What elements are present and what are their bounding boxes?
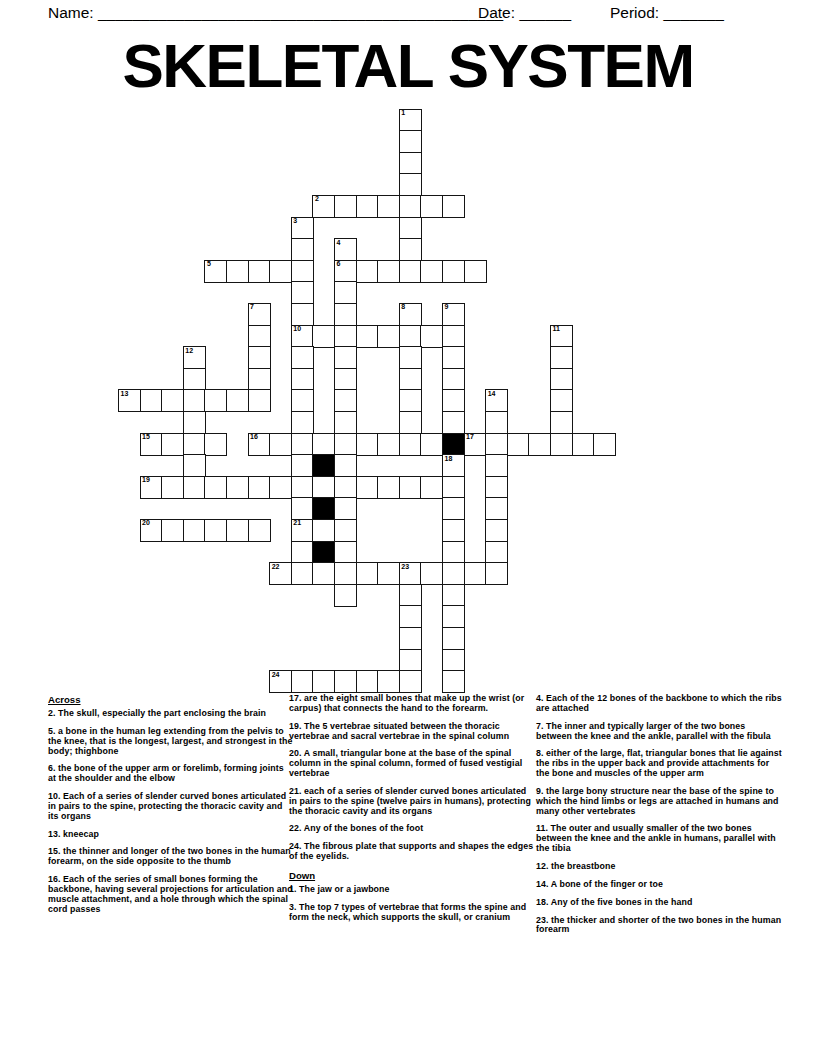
grid-cell[interactable] bbox=[334, 584, 357, 607]
grid-cell[interactable] bbox=[183, 389, 206, 412]
grid-cell[interactable] bbox=[399, 173, 422, 196]
grid-cell[interactable] bbox=[399, 670, 422, 693]
grid-cell[interactable] bbox=[377, 195, 400, 218]
clue-11-down: 11. The outer and usually smaller of the… bbox=[536, 824, 782, 854]
grid-cell[interactable] bbox=[248, 476, 271, 499]
grid-cell[interactable] bbox=[291, 260, 314, 283]
grid-cell[interactable] bbox=[183, 519, 206, 542]
clue-15-across: 15. the thinner and longer of the two bo… bbox=[48, 847, 294, 867]
grid-cell[interactable] bbox=[248, 519, 271, 542]
grid-cell[interactable] bbox=[399, 411, 422, 434]
grid-cell[interactable] bbox=[334, 433, 357, 456]
clue-16-across: 16. Each of the series of small bones fo… bbox=[48, 875, 294, 914]
cell-number: 20 bbox=[142, 519, 150, 527]
grid-cell[interactable] bbox=[226, 519, 249, 542]
clue-column-2: 17. are the eight small bones that make … bbox=[289, 694, 535, 931]
grid-cell[interactable] bbox=[334, 497, 357, 520]
grid-cell[interactable] bbox=[550, 368, 573, 391]
clue-4-down: 4. Each of the 12 bones of the backbone … bbox=[536, 694, 782, 714]
grid-cell[interactable] bbox=[291, 411, 314, 434]
grid-cell[interactable]: 3 bbox=[291, 217, 314, 240]
grid-cell[interactable] bbox=[420, 325, 443, 348]
grid-cell[interactable] bbox=[442, 368, 465, 391]
grid-cell[interactable] bbox=[420, 433, 443, 456]
cell-number: 14 bbox=[488, 390, 496, 398]
clue-10-across: 10. Each of a series of slender curved b… bbox=[48, 792, 294, 822]
grid-cell[interactable]: 9 bbox=[442, 303, 465, 326]
grid-cell[interactable] bbox=[399, 649, 422, 672]
grid-cell[interactable] bbox=[399, 368, 422, 391]
grid-cell[interactable] bbox=[291, 303, 314, 326]
clue-17-across: 17. are the eight small bones that make … bbox=[289, 694, 535, 714]
grid-cell[interactable]: 17 bbox=[464, 433, 487, 456]
cell-number: 16 bbox=[250, 433, 258, 441]
cell-number: 9 bbox=[445, 303, 449, 311]
grid-cell[interactable] bbox=[442, 411, 465, 434]
cell-number: 13 bbox=[121, 390, 129, 398]
grid-cell[interactable] bbox=[485, 562, 508, 585]
grid-cell[interactable] bbox=[442, 260, 465, 283]
grid-cell[interactable] bbox=[312, 325, 335, 348]
clue-14-down: 14. A bone of the finger or toe bbox=[536, 880, 782, 890]
clue-column-1: Across2. The skull, especially the part … bbox=[48, 694, 294, 923]
cell-number: 21 bbox=[293, 519, 301, 527]
clue-13-across: 13. kneecap bbox=[48, 830, 294, 840]
across-clues-header: Across bbox=[48, 694, 294, 705]
grid-cell[interactable] bbox=[140, 389, 163, 412]
grid-cell[interactable] bbox=[485, 541, 508, 564]
grid-cell[interactable] bbox=[399, 217, 422, 240]
grid-cell[interactable] bbox=[399, 346, 422, 369]
grid-cell[interactable] bbox=[334, 389, 357, 412]
grid-cell[interactable] bbox=[291, 238, 314, 261]
grid-cell[interactable] bbox=[291, 562, 314, 585]
clue-5-across: 5. a bone in the human leg extending fro… bbox=[48, 727, 294, 757]
grid-cell[interactable] bbox=[420, 476, 443, 499]
grid-cell[interactable] bbox=[442, 325, 465, 348]
grid-cell[interactable] bbox=[291, 476, 314, 499]
grid-cell[interactable] bbox=[269, 260, 292, 283]
grid-cell[interactable] bbox=[334, 368, 357, 391]
grid-cell[interactable] bbox=[550, 389, 573, 412]
grid-cell[interactable] bbox=[269, 433, 292, 456]
grid-cell[interactable] bbox=[442, 649, 465, 672]
clue-2-across: 2. The skull, especially the part enclos… bbox=[48, 709, 294, 719]
grid-cell[interactable] bbox=[442, 389, 465, 412]
grid-cell[interactable] bbox=[399, 238, 422, 261]
grid-cell[interactable] bbox=[248, 346, 271, 369]
grid-cell[interactable] bbox=[291, 389, 314, 412]
grid-cell[interactable] bbox=[226, 389, 249, 412]
grid-cell[interactable] bbox=[442, 627, 465, 650]
grid-cell[interactable] bbox=[485, 454, 508, 477]
grid-cell[interactable] bbox=[399, 584, 422, 607]
grid-cell[interactable] bbox=[334, 519, 357, 542]
cell-number: 12 bbox=[185, 347, 193, 355]
grid-cell[interactable] bbox=[442, 476, 465, 499]
grid-cell[interactable] bbox=[248, 260, 271, 283]
grid-cell[interactable] bbox=[442, 541, 465, 564]
grid-cell[interactable] bbox=[312, 562, 335, 585]
grid-cell[interactable] bbox=[442, 519, 465, 542]
grid-cell[interactable] bbox=[248, 368, 271, 391]
clue-21-across: 21. each of a series of slender curved b… bbox=[289, 787, 535, 817]
grid-cell[interactable]: 5 bbox=[204, 260, 227, 283]
grid-cell[interactable] bbox=[377, 476, 400, 499]
grid-cell[interactable]: 7 bbox=[248, 303, 271, 326]
grid-cell[interactable] bbox=[291, 670, 314, 693]
grid-cell[interactable]: 11 bbox=[550, 325, 573, 348]
clue-18-down: 18. Any of the five bones in the hand bbox=[536, 898, 782, 908]
grid-cell[interactable] bbox=[334, 476, 357, 499]
grid-cell[interactable] bbox=[226, 260, 249, 283]
grid-cell[interactable] bbox=[399, 152, 422, 175]
cell-number: 6 bbox=[337, 260, 341, 268]
grid-cell[interactable] bbox=[291, 541, 314, 564]
clue-12-down: 12. the breastbone bbox=[536, 862, 782, 872]
grid-cell[interactable] bbox=[485, 433, 508, 456]
black-cell bbox=[442, 433, 465, 456]
cell-number: 8 bbox=[401, 303, 405, 311]
grid-cell[interactable] bbox=[356, 260, 379, 283]
grid-cell[interactable] bbox=[399, 325, 422, 348]
grid-cell[interactable] bbox=[399, 433, 422, 456]
grid-cell[interactable] bbox=[485, 411, 508, 434]
cell-number: 17 bbox=[466, 433, 474, 441]
grid-cell[interactable] bbox=[312, 476, 335, 499]
grid-cell[interactable] bbox=[226, 476, 249, 499]
cell-number: 22 bbox=[272, 563, 280, 571]
grid-cell[interactable]: 18 bbox=[442, 454, 465, 477]
grid-cell[interactable] bbox=[377, 562, 400, 585]
grid-cell[interactable] bbox=[291, 454, 314, 477]
grid-cell[interactable]: 2 bbox=[312, 195, 335, 218]
cell-number: 1 bbox=[401, 109, 405, 117]
grid-cell[interactable] bbox=[161, 389, 184, 412]
grid-cell[interactable] bbox=[334, 303, 357, 326]
grid-cell[interactable] bbox=[420, 260, 443, 283]
grid-cell[interactable] bbox=[442, 195, 465, 218]
grid-cell[interactable]: 14 bbox=[485, 389, 508, 412]
grid-cell[interactable] bbox=[442, 584, 465, 607]
black-cell bbox=[312, 454, 335, 477]
grid-cell[interactable] bbox=[420, 195, 443, 218]
grid-cell[interactable] bbox=[356, 195, 379, 218]
grid-cell[interactable] bbox=[291, 433, 314, 456]
grid-cell[interactable] bbox=[183, 476, 206, 499]
grid-cell[interactable] bbox=[399, 389, 422, 412]
grid-cell[interactable]: 4 bbox=[334, 238, 357, 261]
grid-cell[interactable] bbox=[464, 562, 487, 585]
grid-cell[interactable] bbox=[507, 433, 530, 456]
clue-19-across: 19. The 5 vertebrae situated between the… bbox=[289, 722, 535, 742]
grid-cell[interactable] bbox=[312, 670, 335, 693]
grid-cell[interactable]: 23 bbox=[399, 562, 422, 585]
grid-cell[interactable] bbox=[572, 433, 595, 456]
grid-cell[interactable] bbox=[442, 562, 465, 585]
grid-cell[interactable] bbox=[312, 519, 335, 542]
cell-number: 19 bbox=[142, 476, 150, 484]
grid-cell[interactable] bbox=[269, 476, 292, 499]
cell-number: 24 bbox=[272, 671, 280, 679]
cell-number: 10 bbox=[293, 325, 301, 333]
black-cell bbox=[312, 541, 335, 564]
grid-cell[interactable] bbox=[334, 454, 357, 477]
grid-cell[interactable] bbox=[442, 670, 465, 693]
grid-cell[interactable] bbox=[356, 325, 379, 348]
grid-cell[interactable] bbox=[291, 368, 314, 391]
grid-cell[interactable] bbox=[442, 346, 465, 369]
grid-cell[interactable] bbox=[334, 195, 357, 218]
clue-column-3: 4. Each of the 12 bones of the backbone … bbox=[536, 694, 782, 943]
grid-cell[interactable] bbox=[356, 562, 379, 585]
grid-cell[interactable] bbox=[334, 411, 357, 434]
grid-cell[interactable] bbox=[204, 476, 227, 499]
grid-cell[interactable] bbox=[550, 433, 573, 456]
grid-cell[interactable] bbox=[334, 541, 357, 564]
cell-number: 3 bbox=[293, 217, 297, 225]
grid-cell[interactable]: 12 bbox=[183, 346, 206, 369]
grid-cell[interactable] bbox=[442, 497, 465, 520]
grid-cell[interactable] bbox=[312, 433, 335, 456]
clue-9-down: 9. the large bony structure near the bas… bbox=[536, 787, 782, 817]
grid-cell[interactable] bbox=[291, 346, 314, 369]
cell-number: 15 bbox=[142, 433, 150, 441]
grid-cell[interactable] bbox=[183, 454, 206, 477]
grid-cell[interactable]: 15 bbox=[140, 433, 163, 456]
cell-number: 7 bbox=[250, 303, 254, 311]
grid-cell[interactable] bbox=[161, 476, 184, 499]
clue-20-across: 20. A small, triangular bone at the base… bbox=[289, 749, 535, 779]
cell-number: 11 bbox=[553, 325, 560, 333]
grid-cell[interactable] bbox=[399, 627, 422, 650]
clue-23-down: 23. the thicker and shorter of the two b… bbox=[536, 916, 782, 936]
grid-cell[interactable] bbox=[528, 433, 551, 456]
grid-cell[interactable] bbox=[464, 260, 487, 283]
grid-cell[interactable] bbox=[550, 411, 573, 434]
grid-cell[interactable] bbox=[161, 519, 184, 542]
grid-cell[interactable] bbox=[377, 433, 400, 456]
grid-cell[interactable] bbox=[442, 605, 465, 628]
grid-cell[interactable] bbox=[334, 281, 357, 304]
grid-cell[interactable] bbox=[334, 346, 357, 369]
grid-cell[interactable] bbox=[377, 325, 400, 348]
clue-24-across: 24. The fibrous plate that supports and … bbox=[289, 842, 535, 862]
cell-number: 5 bbox=[207, 260, 211, 268]
grid-cell[interactable] bbox=[183, 368, 206, 391]
clue-1-down: 1. The jaw or a jawbone bbox=[289, 885, 535, 895]
grid-cell[interactable]: 21 bbox=[291, 519, 314, 542]
clue-6-across: 6. the bone of the upper arm or forelimb… bbox=[48, 764, 294, 784]
grid-cell[interactable]: 6 bbox=[334, 260, 357, 283]
cell-number: 4 bbox=[337, 239, 341, 247]
grid-cell[interactable] bbox=[485, 476, 508, 499]
clue-7-down: 7. The inner and typically larger of the… bbox=[536, 722, 782, 742]
grid-cell[interactable] bbox=[356, 433, 379, 456]
grid-cell[interactable] bbox=[204, 519, 227, 542]
grid-cell[interactable]: 22 bbox=[269, 562, 292, 585]
grid-cell[interactable] bbox=[291, 497, 314, 520]
grid-cell[interactable] bbox=[420, 562, 443, 585]
grid-cell[interactable] bbox=[356, 476, 379, 499]
grid-cell[interactable] bbox=[399, 130, 422, 153]
grid-cell[interactable] bbox=[399, 605, 422, 628]
grid-cell[interactable] bbox=[399, 476, 422, 499]
clue-3-down: 3. The top 7 types of vertebrae that for… bbox=[289, 903, 535, 923]
grid-cell[interactable] bbox=[485, 497, 508, 520]
grid-cell[interactable]: 1 bbox=[399, 109, 422, 132]
grid-cell[interactable] bbox=[204, 389, 227, 412]
grid-cell[interactable]: 24 bbox=[269, 670, 292, 693]
cell-number: 18 bbox=[445, 455, 453, 463]
grid-cell[interactable]: 19 bbox=[140, 476, 163, 499]
grid-cell[interactable] bbox=[485, 519, 508, 542]
cell-number: 2 bbox=[315, 195, 319, 203]
grid-cell[interactable] bbox=[356, 670, 379, 693]
grid-cell[interactable] bbox=[204, 433, 227, 456]
grid-cell[interactable] bbox=[550, 346, 573, 369]
grid-cell[interactable] bbox=[248, 325, 271, 348]
grid-cell[interactable] bbox=[334, 562, 357, 585]
grid-cell[interactable]: 10 bbox=[291, 325, 314, 348]
black-cell bbox=[312, 497, 335, 520]
clue-22-across: 22. Any of the bones of the foot bbox=[289, 824, 535, 834]
grid-cell[interactable] bbox=[334, 325, 357, 348]
grid-cell[interactable] bbox=[248, 389, 271, 412]
grid-cell[interactable]: 20 bbox=[140, 519, 163, 542]
grid-cell[interactable] bbox=[593, 433, 616, 456]
down-clues-header: Down bbox=[289, 870, 535, 881]
grid-cell[interactable] bbox=[291, 281, 314, 304]
grid-cell[interactable] bbox=[183, 411, 206, 434]
grid-cell[interactable] bbox=[334, 670, 357, 693]
grid-cell[interactable] bbox=[183, 433, 206, 456]
worksheet-page: Name: __________________________________… bbox=[0, 0, 816, 1056]
grid-cell[interactable] bbox=[377, 260, 400, 283]
grid-cell[interactable] bbox=[399, 195, 422, 218]
grid-cell[interactable] bbox=[399, 260, 422, 283]
grid-cell[interactable] bbox=[161, 433, 184, 456]
clue-8-down: 8. either of the large, flat, triangular… bbox=[536, 749, 782, 779]
grid-cell[interactable] bbox=[377, 670, 400, 693]
grid-cell[interactable]: 13 bbox=[118, 389, 141, 412]
grid-cell[interactable]: 16 bbox=[248, 433, 271, 456]
grid-cell[interactable]: 8 bbox=[399, 303, 422, 326]
cell-number: 23 bbox=[401, 563, 409, 571]
